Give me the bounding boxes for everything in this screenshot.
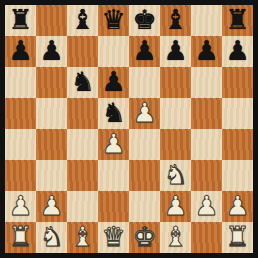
square-d1[interactable]: ♛ [98,222,129,253]
square-h8[interactable]: ♜ [222,5,253,36]
white-knight-b1[interactable]: ♞ [39,222,63,252]
square-h2[interactable]: ♟ [222,191,253,222]
square-e2[interactable] [129,191,160,222]
square-f3[interactable]: ♞ [160,160,191,191]
white-bishop-f1[interactable]: ♝ [163,222,187,252]
square-c2[interactable] [67,191,98,222]
square-f8[interactable]: ♝ [160,5,191,36]
black-bishop-c8[interactable]: ♝ [70,5,94,35]
white-pawn-b2[interactable]: ♟ [39,191,63,221]
square-c6[interactable]: ♞ [67,67,98,98]
square-a3[interactable] [5,160,36,191]
white-pawn-d4[interactable]: ♟ [101,129,125,159]
square-e4[interactable] [129,129,160,160]
square-b7[interactable]: ♟ [36,36,67,67]
square-a5[interactable] [5,98,36,129]
square-f5[interactable] [160,98,191,129]
black-pawn-g7[interactable]: ♟ [194,36,218,66]
square-e6[interactable] [129,67,160,98]
square-d2[interactable] [98,191,129,222]
square-g2[interactable]: ♟ [191,191,222,222]
square-b1[interactable]: ♞ [36,222,67,253]
square-b6[interactable] [36,67,67,98]
black-pawn-b7[interactable]: ♟ [39,36,63,66]
square-g4[interactable] [191,129,222,160]
white-rook-h1[interactable]: ♜ [225,222,249,252]
white-pawn-e5[interactable]: ♟ [132,98,156,128]
square-a6[interactable] [5,67,36,98]
white-knight-f3[interactable]: ♞ [163,160,187,190]
square-e1[interactable]: ♚ [129,222,160,253]
square-d8[interactable]: ♛ [98,5,129,36]
square-g3[interactable] [191,160,222,191]
black-pawn-e7[interactable]: ♟ [132,36,156,66]
square-c4[interactable] [67,129,98,160]
black-pawn-d6[interactable]: ♟ [101,67,125,97]
square-d5[interactable]: ♞ [98,98,129,129]
white-rook-a1[interactable]: ♜ [8,222,32,252]
square-c5[interactable] [67,98,98,129]
chess-board-frame: ♜♝♛♚♝♜♟♟♟♟♟♟♞♟♞♟♟♞♟♟♟♟♟♜♞♝♛♚♝♜ [0,0,258,258]
black-bishop-f8[interactable]: ♝ [163,5,187,35]
square-f1[interactable]: ♝ [160,222,191,253]
square-h6[interactable] [222,67,253,98]
square-a2[interactable]: ♟ [5,191,36,222]
square-f2[interactable]: ♟ [160,191,191,222]
white-king-e1[interactable]: ♚ [132,222,156,252]
square-d6[interactable]: ♟ [98,67,129,98]
white-queen-d1[interactable]: ♛ [101,222,125,252]
square-e7[interactable]: ♟ [129,36,160,67]
square-d7[interactable] [98,36,129,67]
square-c3[interactable] [67,160,98,191]
black-rook-h8[interactable]: ♜ [225,5,249,35]
square-d4[interactable]: ♟ [98,129,129,160]
square-f4[interactable] [160,129,191,160]
square-h3[interactable] [222,160,253,191]
black-knight-d5[interactable]: ♞ [101,98,125,128]
square-b2[interactable]: ♟ [36,191,67,222]
square-h7[interactable]: ♟ [222,36,253,67]
square-h1[interactable]: ♜ [222,222,253,253]
black-rook-a8[interactable]: ♜ [8,5,32,35]
black-queen-d8[interactable]: ♛ [101,5,125,35]
white-pawn-f2[interactable]: ♟ [163,191,187,221]
square-e3[interactable] [129,160,160,191]
square-f6[interactable] [160,67,191,98]
square-d3[interactable] [98,160,129,191]
white-pawn-h2[interactable]: ♟ [225,191,249,221]
black-pawn-f7[interactable]: ♟ [163,36,187,66]
square-g5[interactable] [191,98,222,129]
square-a4[interactable] [5,129,36,160]
white-bishop-c1[interactable]: ♝ [70,222,94,252]
square-c8[interactable]: ♝ [67,5,98,36]
square-b3[interactable] [36,160,67,191]
black-pawn-a7[interactable]: ♟ [8,36,32,66]
square-f7[interactable]: ♟ [160,36,191,67]
black-knight-c6[interactable]: ♞ [70,67,94,97]
square-a1[interactable]: ♜ [5,222,36,253]
square-c1[interactable]: ♝ [67,222,98,253]
square-e8[interactable]: ♚ [129,5,160,36]
black-king-e8[interactable]: ♚ [132,5,156,35]
square-b4[interactable] [36,129,67,160]
square-e5[interactable]: ♟ [129,98,160,129]
square-h4[interactable] [222,129,253,160]
white-pawn-g2[interactable]: ♟ [194,191,218,221]
square-a8[interactable]: ♜ [5,5,36,36]
black-pawn-h7[interactable]: ♟ [225,36,249,66]
white-pawn-a2[interactable]: ♟ [8,191,32,221]
square-g7[interactable]: ♟ [191,36,222,67]
chess-board: ♜♝♛♚♝♜♟♟♟♟♟♟♞♟♞♟♟♞♟♟♟♟♟♜♞♝♛♚♝♜ [5,5,253,253]
square-h5[interactable] [222,98,253,129]
square-b5[interactable] [36,98,67,129]
square-a7[interactable]: ♟ [5,36,36,67]
square-g8[interactable] [191,5,222,36]
square-g1[interactable] [191,222,222,253]
square-b8[interactable] [36,5,67,36]
square-c7[interactable] [67,36,98,67]
square-g6[interactable] [191,67,222,98]
